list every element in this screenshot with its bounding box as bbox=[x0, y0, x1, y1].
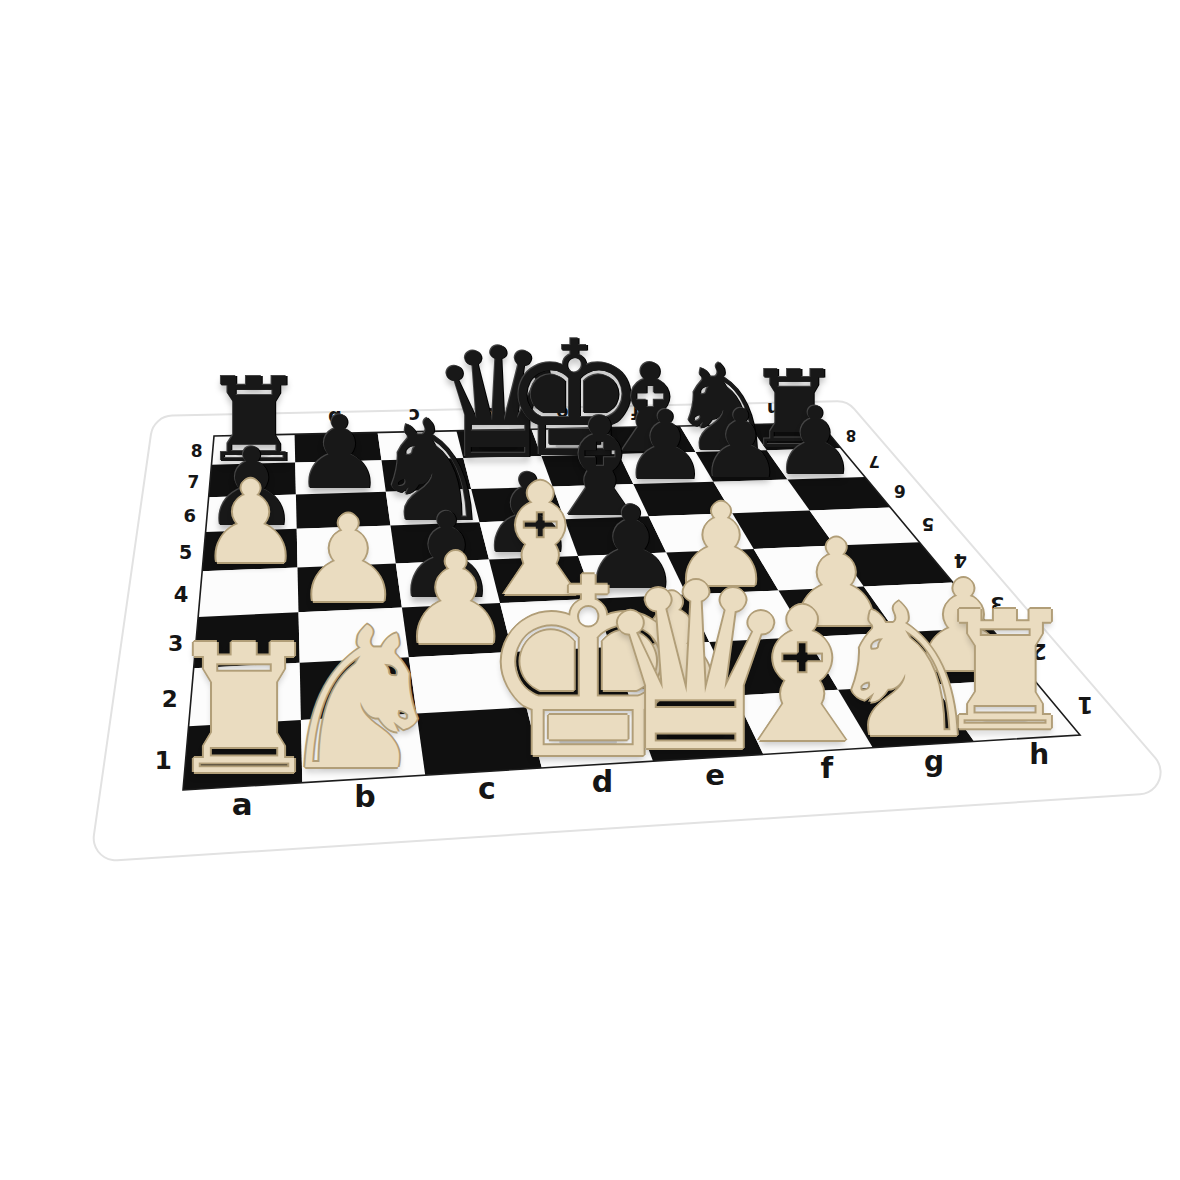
piece-black-pawn-g7[interactable]: ♟ bbox=[698, 397, 783, 492]
rank-label-6-left: 6 bbox=[183, 505, 196, 526]
piece-white-pawn-a5[interactable]: ♟ bbox=[199, 466, 301, 580]
piece-white-rook-h1[interactable]: ♜ bbox=[932, 589, 1078, 752]
chess-board-photo: 1122334455667788aabbccddeeffgghh ♜♛♚♝♞♜♟… bbox=[0, 0, 1180, 1180]
rank-label-5-left: 5 bbox=[179, 541, 192, 563]
rank-label-7-right: 7 bbox=[869, 452, 880, 471]
rank-label-1-right: 1 bbox=[1077, 692, 1093, 718]
rank-label-6-right: 6 bbox=[894, 481, 906, 501]
rank-label-7-left: 7 bbox=[187, 472, 199, 492]
piece-white-knight-b1[interactable]: ♞ bbox=[274, 602, 449, 797]
rank-label-4-left: 4 bbox=[174, 583, 189, 607]
piece-black-pawn-h7[interactable]: ♟ bbox=[773, 395, 857, 489]
rank-label-5-right: 5 bbox=[922, 514, 935, 535]
